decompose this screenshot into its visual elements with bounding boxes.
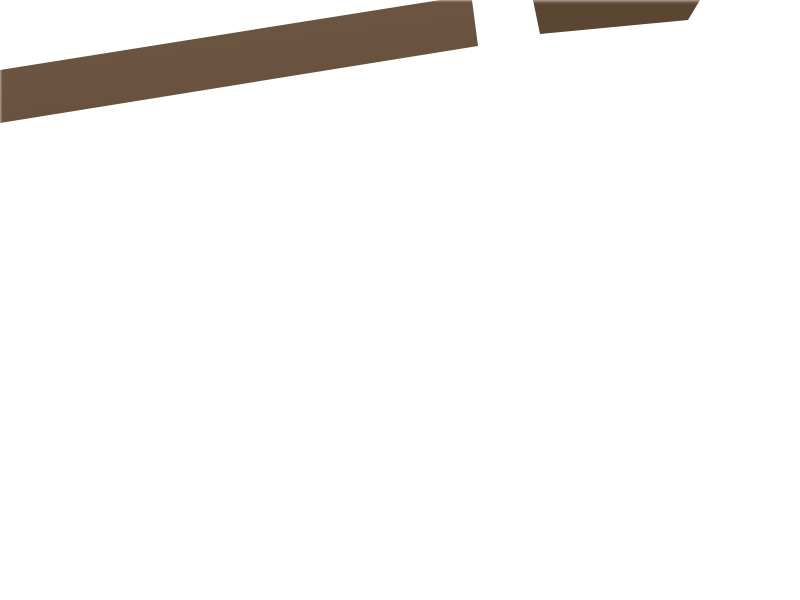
chessboard bbox=[0, 0, 800, 600]
backdrop-gap-between-pieces bbox=[763, 2, 797, 32]
chess-set-photo bbox=[0, 0, 800, 600]
